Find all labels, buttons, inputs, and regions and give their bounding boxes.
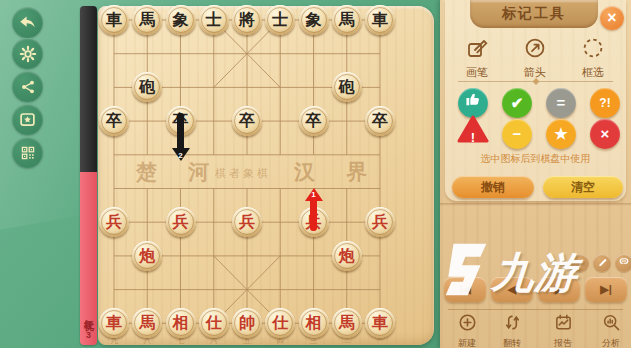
- flip-arrows-icon: [503, 318, 522, 335]
- marking-tools-panel: 标记工具 × 画笔 箭头 框选 ✔ = ?!: [440, 0, 631, 348]
- piece-black-卒-f9r4[interactable]: 卒: [365, 106, 395, 136]
- edit-pencil-icon: [597, 255, 608, 272]
- tool-brush[interactable]: 画笔: [452, 37, 502, 80]
- piece-red-炮-f8r8[interactable]: 炮: [332, 241, 362, 271]
- piece-black-車-f9r1[interactable]: 車: [365, 5, 395, 35]
- river-label-left: 楚 河: [136, 158, 221, 186]
- tools-divider: [458, 81, 613, 82]
- piece-black-士-f4r1[interactable]: 士: [199, 5, 229, 35]
- annotation-arrow-1: 1: [305, 188, 323, 232]
- stamps-hint-text: 选中图标后到棋盘中使用: [440, 152, 631, 166]
- river-label-right: 汉 界: [294, 158, 379, 186]
- stamp-star[interactable]: ★: [546, 119, 576, 149]
- share-button[interactable]: [12, 71, 43, 102]
- qr-code-button[interactable]: [12, 137, 43, 168]
- eval-black-section: [80, 6, 97, 172]
- piece-black-卒-f1r4[interactable]: 卒: [99, 106, 129, 136]
- nav-first-move-button[interactable]: |◀: [444, 277, 486, 302]
- back-icon: [19, 14, 36, 31]
- favorite-star-icon: [19, 111, 36, 128]
- piece-red-相-f3r10[interactable]: 相: [166, 308, 196, 338]
- piece-red-相-f7r10[interactable]: 相: [299, 308, 329, 338]
- piece-black-車-f1r1[interactable]: 車: [99, 5, 129, 35]
- panel-header: 标记工具: [470, 0, 598, 28]
- nav-prev-move-button[interactable]: ◀: [491, 277, 533, 302]
- eval-score: 33: [84, 319, 94, 341]
- piece-red-兵-f9r7[interactable]: 兵: [365, 207, 395, 237]
- panel-section-divider: [440, 203, 631, 206]
- clear-button[interactable]: 清空: [543, 176, 623, 198]
- brush-icon: [466, 45, 488, 62]
- arrow-tool-icon: [524, 45, 546, 62]
- piece-black-卒-f5r4[interactable]: 卒: [232, 106, 262, 136]
- piece-black-象-f7r1[interactable]: 象: [299, 5, 329, 35]
- app-window: 红优 33 楚 河 棋者象棋 汉 界 123456789 九八七六五四三二一 車…: [0, 0, 631, 348]
- link-icon: [618, 255, 630, 272]
- xiangqi-board[interactable]: 楚 河 棋者象棋 汉 界 123456789 九八七六五四三二一 車馬象士將士象…: [98, 6, 434, 345]
- new-game-label: 新建: [445, 337, 489, 348]
- close-button[interactable]: ×: [600, 6, 624, 30]
- piece-black-象-f3r1[interactable]: 象: [166, 5, 196, 35]
- piece-red-兵-f5r7[interactable]: 兵: [232, 207, 262, 237]
- flip-board-button[interactable]: 翻转: [490, 313, 534, 348]
- nav-last-move-button[interactable]: ▶|: [585, 277, 627, 302]
- settings-gear-icon: [19, 45, 37, 63]
- upload-mini-button[interactable]: ↑: [571, 254, 589, 272]
- tool-box-select-label: 框选: [568, 65, 618, 80]
- piece-red-馬-f8r10[interactable]: 馬: [332, 308, 362, 338]
- favorite-button[interactable]: [12, 104, 43, 135]
- bottom-bar-divider: [448, 309, 623, 310]
- warning-exclaim-label: !: [458, 123, 488, 153]
- report-chart-icon: [554, 318, 573, 335]
- edit-mini-button[interactable]: [593, 254, 611, 272]
- eval-red-section: 红优 33: [80, 172, 97, 345]
- new-game-button[interactable]: 新建: [445, 313, 489, 348]
- settings-button[interactable]: [12, 38, 43, 69]
- link-mini-button[interactable]: [615, 254, 631, 272]
- piece-red-炮-f2r8[interactable]: 炮: [132, 241, 162, 271]
- report-label: 报告: [541, 337, 585, 348]
- piece-black-卒-f7r4[interactable]: 卒: [299, 106, 329, 136]
- tool-brush-label: 画笔: [452, 65, 502, 80]
- qr-code-icon: [20, 145, 36, 161]
- stamp-warning[interactable]: !: [458, 119, 488, 149]
- back-button[interactable]: [12, 7, 43, 38]
- piece-red-兵-f1r7[interactable]: 兵: [99, 207, 129, 237]
- box-select-icon: [582, 45, 604, 62]
- evaluation-bar: 红优 33: [80, 6, 97, 345]
- report-button[interactable]: 报告: [541, 313, 585, 348]
- piece-red-仕-f4r10[interactable]: 仕: [199, 308, 229, 338]
- stamp-question-exclaim[interactable]: ?!: [590, 88, 620, 118]
- tool-arrow[interactable]: 箭头: [510, 37, 560, 80]
- thumbs-up-icon: [465, 88, 482, 118]
- piece-black-馬-f8r1[interactable]: 馬: [332, 5, 362, 35]
- share-icon: [20, 79, 36, 95]
- tool-box-select[interactable]: 框选: [568, 37, 618, 80]
- stamp-equals[interactable]: =: [546, 88, 576, 118]
- flip-board-label: 翻转: [490, 337, 534, 348]
- piece-red-兵-f3r7[interactable]: 兵: [166, 207, 196, 237]
- analysis-magnifier-icon: [602, 318, 621, 335]
- undo-button[interactable]: 撤销: [452, 176, 534, 198]
- annotation-arrow-2: 2: [172, 113, 190, 161]
- nav-next-move-button[interactable]: ▶: [538, 277, 580, 302]
- stamp-check[interactable]: ✔: [502, 88, 532, 118]
- stamp-minus[interactable]: −: [502, 119, 532, 149]
- piece-black-砲-f8r3[interactable]: 砲: [332, 72, 362, 102]
- eval-advantage-label: 红优: [82, 311, 96, 315]
- analysis-button[interactable]: 分析: [589, 313, 631, 348]
- piece-black-將-f5r1[interactable]: 將: [232, 5, 262, 35]
- new-plus-icon: [458, 318, 477, 335]
- stamp-cross[interactable]: ×: [590, 119, 620, 149]
- river-label-center: 棋者象棋: [215, 166, 271, 181]
- stamp-thumbs-up[interactable]: [458, 88, 488, 118]
- panel-title: 标记工具: [502, 5, 566, 23]
- analysis-label: 分析: [589, 337, 631, 348]
